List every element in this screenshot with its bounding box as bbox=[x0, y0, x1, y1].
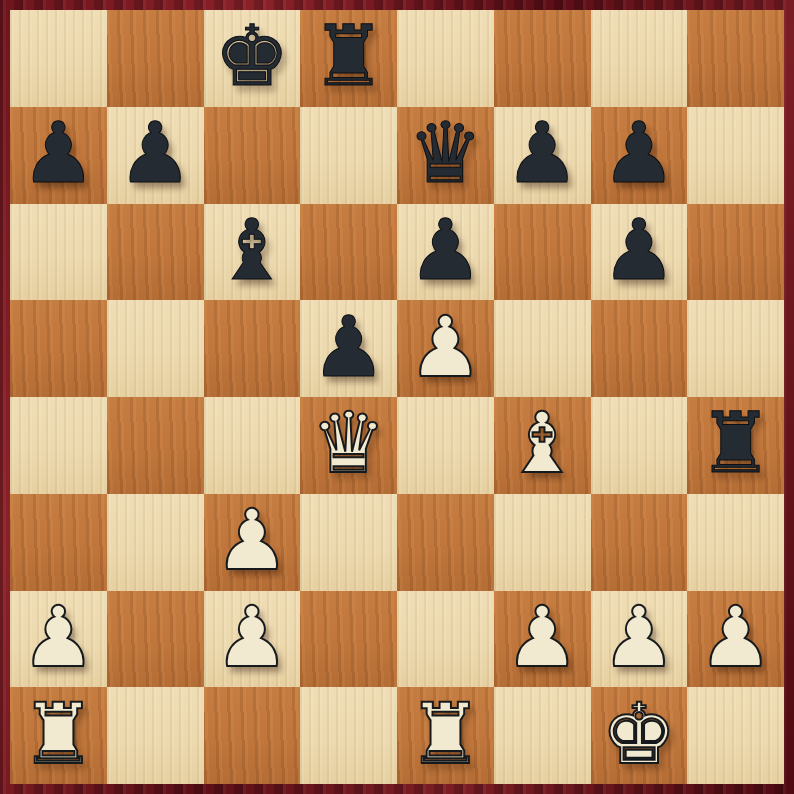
square-c8[interactable]: ♚ bbox=[204, 10, 301, 107]
black-pawn: ♟ bbox=[21, 111, 96, 195]
black-pawn: ♟ bbox=[408, 208, 483, 292]
square-b5[interactable] bbox=[107, 300, 204, 397]
square-h7[interactable] bbox=[687, 107, 784, 204]
square-c4[interactable] bbox=[204, 397, 301, 494]
square-b6[interactable] bbox=[107, 204, 204, 301]
black-rook: ♜ bbox=[311, 14, 386, 98]
square-b8[interactable] bbox=[107, 10, 204, 107]
square-d6[interactable] bbox=[300, 204, 397, 301]
square-e1[interactable]: ♜ bbox=[397, 687, 494, 784]
square-h6[interactable] bbox=[687, 204, 784, 301]
square-d4[interactable]: ♛ bbox=[300, 397, 397, 494]
square-h4[interactable]: ♜ bbox=[687, 397, 784, 494]
square-f7[interactable]: ♟ bbox=[494, 107, 591, 204]
square-e6[interactable]: ♟ bbox=[397, 204, 494, 301]
square-d8[interactable]: ♜ bbox=[300, 10, 397, 107]
white-queen: ♛ bbox=[311, 401, 386, 485]
white-pawn: ♟ bbox=[214, 498, 289, 582]
square-d5[interactable]: ♟ bbox=[300, 300, 397, 397]
square-a2[interactable]: ♟ bbox=[10, 591, 107, 688]
square-a3[interactable] bbox=[10, 494, 107, 591]
square-f4[interactable]: ♝ bbox=[494, 397, 591, 494]
black-pawn: ♟ bbox=[601, 208, 676, 292]
square-e8[interactable] bbox=[397, 10, 494, 107]
square-g3[interactable] bbox=[591, 494, 688, 591]
square-b1[interactable] bbox=[107, 687, 204, 784]
square-d2[interactable] bbox=[300, 591, 397, 688]
square-e7[interactable]: ♛ bbox=[397, 107, 494, 204]
square-e5[interactable]: ♟ bbox=[397, 300, 494, 397]
square-h1[interactable] bbox=[687, 687, 784, 784]
square-b3[interactable] bbox=[107, 494, 204, 591]
square-f5[interactable] bbox=[494, 300, 591, 397]
white-pawn: ♟ bbox=[601, 595, 676, 679]
square-g8[interactable] bbox=[591, 10, 688, 107]
black-bishop: ♝ bbox=[214, 208, 289, 292]
square-g6[interactable]: ♟ bbox=[591, 204, 688, 301]
square-g7[interactable]: ♟ bbox=[591, 107, 688, 204]
black-pawn: ♟ bbox=[117, 111, 192, 195]
square-g5[interactable] bbox=[591, 300, 688, 397]
white-pawn: ♟ bbox=[504, 595, 579, 679]
square-c5[interactable] bbox=[204, 300, 301, 397]
black-pawn: ♟ bbox=[504, 111, 579, 195]
square-e2[interactable] bbox=[397, 591, 494, 688]
square-g4[interactable] bbox=[591, 397, 688, 494]
white-pawn: ♟ bbox=[408, 305, 483, 389]
square-g1[interactable]: ♚ bbox=[591, 687, 688, 784]
square-b2[interactable] bbox=[107, 591, 204, 688]
square-a8[interactable] bbox=[10, 10, 107, 107]
square-f1[interactable] bbox=[494, 687, 591, 784]
square-d7[interactable] bbox=[300, 107, 397, 204]
square-h8[interactable] bbox=[687, 10, 784, 107]
square-f8[interactable] bbox=[494, 10, 591, 107]
square-c2[interactable]: ♟ bbox=[204, 591, 301, 688]
square-a6[interactable] bbox=[10, 204, 107, 301]
square-g2[interactable]: ♟ bbox=[591, 591, 688, 688]
white-pawn: ♟ bbox=[21, 595, 96, 679]
square-h2[interactable]: ♟ bbox=[687, 591, 784, 688]
black-pawn: ♟ bbox=[311, 305, 386, 389]
square-d1[interactable] bbox=[300, 687, 397, 784]
square-c3[interactable]: ♟ bbox=[204, 494, 301, 591]
square-d3[interactable] bbox=[300, 494, 397, 591]
square-c1[interactable] bbox=[204, 687, 301, 784]
white-rook: ♜ bbox=[408, 692, 483, 776]
square-e4[interactable] bbox=[397, 397, 494, 494]
black-rook: ♜ bbox=[698, 401, 773, 485]
white-pawn: ♟ bbox=[214, 595, 289, 679]
square-a1[interactable]: ♜ bbox=[10, 687, 107, 784]
white-king: ♚ bbox=[601, 692, 676, 776]
black-queen: ♛ bbox=[408, 111, 483, 195]
black-king: ♚ bbox=[214, 14, 289, 98]
square-c6[interactable]: ♝ bbox=[204, 204, 301, 301]
square-c7[interactable] bbox=[204, 107, 301, 204]
square-a4[interactable] bbox=[10, 397, 107, 494]
board-frame: ♚♜♟♟♛♟♟♝♟♟♟♟♛♝♜♟♟♟♟♟♟♜♜♚ bbox=[0, 0, 794, 794]
white-bishop: ♝ bbox=[504, 401, 579, 485]
white-rook: ♜ bbox=[21, 692, 96, 776]
square-e3[interactable] bbox=[397, 494, 494, 591]
square-b7[interactable]: ♟ bbox=[107, 107, 204, 204]
square-a7[interactable]: ♟ bbox=[10, 107, 107, 204]
square-f2[interactable]: ♟ bbox=[494, 591, 591, 688]
square-f6[interactable] bbox=[494, 204, 591, 301]
square-f3[interactable] bbox=[494, 494, 591, 591]
black-pawn: ♟ bbox=[601, 111, 676, 195]
square-b4[interactable] bbox=[107, 397, 204, 494]
chess-board: ♚♜♟♟♛♟♟♝♟♟♟♟♛♝♜♟♟♟♟♟♟♜♜♚ bbox=[10, 10, 784, 784]
square-h3[interactable] bbox=[687, 494, 784, 591]
white-pawn: ♟ bbox=[698, 595, 773, 679]
square-a5[interactable] bbox=[10, 300, 107, 397]
square-h5[interactable] bbox=[687, 300, 784, 397]
